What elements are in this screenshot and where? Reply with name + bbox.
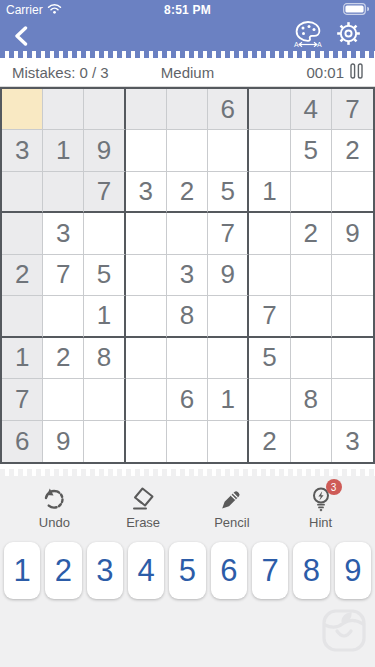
sudoku-cell-r1c9[interactable]: 7 (332, 89, 373, 130)
numpad-button-8[interactable]: 8 (293, 542, 329, 599)
status-bar: Carrier 8:51 PM (0, 0, 375, 20)
sudoku-cell-r5c2[interactable]: 7 (43, 255, 84, 296)
sudoku-cell-r1c3[interactable] (84, 89, 125, 130)
sudoku-board: 6473195273251372927539187128576186923 (0, 87, 375, 464)
sudoku-cell-r1c6[interactable]: 6 (208, 89, 249, 130)
sudoku-cell-r7c9[interactable] (332, 338, 373, 379)
sudoku-cell-r5c5[interactable]: 3 (167, 255, 208, 296)
sudoku-cell-r6c5[interactable]: 8 (167, 296, 208, 337)
sudoku-cell-r1c8[interactable]: 4 (291, 89, 332, 130)
numpad-button-7[interactable]: 7 (252, 542, 288, 599)
sudoku-cell-r9c4[interactable] (126, 421, 167, 462)
sudoku-cell-r2c3[interactable]: 9 (84, 130, 125, 171)
app-watermark-icon (321, 605, 367, 657)
battery-icon (343, 3, 369, 18)
sudoku-cell-r4c6[interactable]: 7 (208, 213, 249, 254)
sudoku-cell-r3c2[interactable] (43, 172, 84, 213)
sudoku-cell-r5c8[interactable] (291, 255, 332, 296)
sudoku-cell-r8c1[interactable]: 7 (2, 379, 43, 420)
sudoku-cell-r5c9[interactable] (332, 255, 373, 296)
sudoku-cell-r4c9[interactable]: 9 (332, 213, 373, 254)
game-info-bar: Mistakes: 0 / 3 Medium 00:01 (0, 58, 375, 87)
sudoku-cell-r4c1[interactable] (2, 213, 43, 254)
sudoku-cell-r7c3[interactable]: 8 (84, 338, 125, 379)
carrier-label: Carrier (6, 3, 43, 17)
erase-button[interactable]: Erase (108, 486, 178, 530)
sudoku-cell-r6c4[interactable] (126, 296, 167, 337)
sudoku-cell-r2c2[interactable]: 1 (43, 130, 84, 171)
sudoku-cell-r8c2[interactable] (43, 379, 84, 420)
numpad-button-2[interactable]: 2 (45, 542, 81, 599)
sudoku-cell-r6c2[interactable] (43, 296, 84, 337)
timer: 00:01 (306, 64, 344, 81)
sudoku-cell-r7c7[interactable]: 5 (249, 338, 290, 379)
sudoku-cell-r3c6[interactable]: 5 (208, 172, 249, 213)
perforated-edge-bottom (0, 469, 375, 476)
hint-label: Hint (309, 515, 332, 530)
numpad-button-9[interactable]: 9 (335, 542, 371, 599)
sudoku-cell-r2c9[interactable]: 2 (332, 130, 373, 171)
hint-button[interactable]: 3 Hint (286, 486, 356, 530)
sudoku-cell-r3c7[interactable]: 1 (249, 172, 290, 213)
sudoku-cell-r5c3[interactable]: 5 (84, 255, 125, 296)
sudoku-cell-r6c7[interactable]: 7 (249, 296, 290, 337)
sudoku-cell-r7c8[interactable] (291, 338, 332, 379)
sudoku-cell-r7c4[interactable] (126, 338, 167, 379)
theme-palette-button[interactable]: A A (293, 20, 323, 51)
sudoku-cell-r9c2[interactable]: 9 (43, 421, 84, 462)
wifi-icon (47, 3, 62, 17)
difficulty-label: Medium (142, 64, 233, 81)
undo-icon (41, 486, 68, 512)
sudoku-cell-r8c8[interactable]: 8 (291, 379, 332, 420)
sudoku-cell-r6c3[interactable]: 1 (84, 296, 125, 337)
sudoku-cell-r2c6[interactable] (208, 130, 249, 171)
numpad-button-3[interactable]: 3 (87, 542, 123, 599)
sudoku-cell-r1c4[interactable] (126, 89, 167, 130)
back-chevron-icon (14, 26, 28, 46)
hint-badge: 3 (326, 479, 342, 495)
sudoku-cell-r6c1[interactable] (2, 296, 43, 337)
sudoku-cell-r3c3[interactable]: 7 (84, 172, 125, 213)
back-button[interactable] (14, 26, 28, 46)
sudoku-cell-r8c9[interactable] (332, 379, 373, 420)
numpad-button-1[interactable]: 1 (4, 542, 40, 599)
sudoku-cell-r9c9[interactable]: 3 (332, 421, 373, 462)
sudoku-cell-r8c3[interactable] (84, 379, 125, 420)
settings-gear-button[interactable] (336, 21, 361, 50)
sudoku-cell-r4c4[interactable] (126, 213, 167, 254)
sudoku-cell-r9c7[interactable]: 2 (249, 421, 290, 462)
sudoku-cell-r3c5[interactable]: 2 (167, 172, 208, 213)
sudoku-cell-r1c2[interactable] (43, 89, 84, 130)
pencil-button[interactable]: Pencil (197, 486, 267, 530)
sudoku-cell-r2c5[interactable] (167, 130, 208, 171)
sudoku-cell-r4c5[interactable] (167, 213, 208, 254)
svg-text:A: A (317, 41, 322, 47)
sudoku-cell-r2c1[interactable]: 3 (2, 130, 43, 171)
pause-button[interactable] (350, 63, 363, 82)
sudoku-cell-r4c3[interactable] (84, 213, 125, 254)
sudoku-cell-r9c6[interactable] (208, 421, 249, 462)
sudoku-cell-r9c8[interactable] (291, 421, 332, 462)
sudoku-cell-r3c8[interactable] (291, 172, 332, 213)
toolbar: Undo Erase Pencil 3 Hint (0, 476, 375, 536)
sudoku-cell-r5c4[interactable] (126, 255, 167, 296)
sudoku-cell-r1c7[interactable] (249, 89, 290, 130)
sudoku-cell-r5c6[interactable]: 9 (208, 255, 249, 296)
sudoku-cell-r7c2[interactable]: 2 (43, 338, 84, 379)
sudoku-cell-r9c3[interactable] (84, 421, 125, 462)
eraser-icon (130, 486, 157, 512)
sudoku-cell-r3c4[interactable]: 3 (126, 172, 167, 213)
undo-button[interactable]: Undo (19, 486, 89, 530)
sudoku-cell-r4c7[interactable] (249, 213, 290, 254)
svg-text:A: A (294, 41, 299, 47)
sudoku-cell-r7c5[interactable] (167, 338, 208, 379)
sudoku-cell-r8c7[interactable] (249, 379, 290, 420)
sudoku-cell-r4c2[interactable]: 3 (43, 213, 84, 254)
sudoku-cell-r9c5[interactable] (167, 421, 208, 462)
nav-bar: A A (0, 20, 375, 51)
numpad-button-5[interactable]: 5 (169, 542, 205, 599)
sudoku-cell-r8c6[interactable]: 1 (208, 379, 249, 420)
sudoku-cell-r7c1[interactable]: 1 (2, 338, 43, 379)
sudoku-cell-r8c5[interactable]: 6 (167, 379, 208, 420)
pencil-icon (218, 486, 245, 512)
sudoku-cell-r1c1[interactable] (2, 89, 43, 130)
sudoku-cell-r3c1[interactable] (2, 172, 43, 213)
perforated-edge-top (0, 51, 375, 58)
erase-label: Erase (126, 515, 160, 530)
clock: 8:51 PM (116, 3, 259, 17)
sudoku-cell-r5c1[interactable]: 2 (2, 255, 43, 296)
sudoku-cell-r2c4[interactable] (126, 130, 167, 171)
sudoku-cell-r6c9[interactable] (332, 296, 373, 337)
sudoku-cell-r2c7[interactable] (249, 130, 290, 171)
undo-label: Undo (39, 515, 70, 530)
sudoku-cell-r4c8[interactable]: 2 (291, 213, 332, 254)
mistakes-counter: Mistakes: 0 / 3 (12, 64, 142, 81)
numpad-button-4[interactable]: 4 (128, 542, 164, 599)
sudoku-cell-r7c6[interactable] (208, 338, 249, 379)
sudoku-cell-r1c5[interactable] (167, 89, 208, 130)
sudoku-cell-r2c8[interactable]: 5 (291, 130, 332, 171)
pencil-label: Pencil (214, 515, 249, 530)
sudoku-cell-r8c4[interactable] (126, 379, 167, 420)
sudoku-cell-r9c1[interactable]: 6 (2, 421, 43, 462)
sudoku-cell-r5c7[interactable] (249, 255, 290, 296)
sudoku-cell-r6c8[interactable] (291, 296, 332, 337)
sudoku-cell-r3c9[interactable] (332, 172, 373, 213)
sudoku-cell-r6c6[interactable] (208, 296, 249, 337)
numpad: 123456789 (0, 536, 375, 599)
numpad-button-6[interactable]: 6 (211, 542, 247, 599)
